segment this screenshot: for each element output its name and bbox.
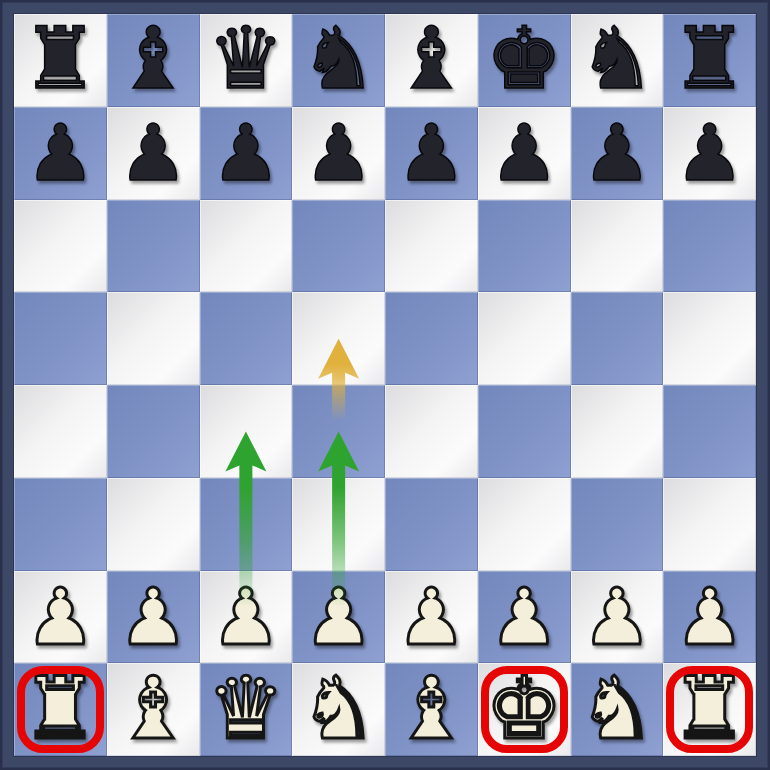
square-d6[interactable] [292, 200, 385, 293]
piece-white-bishop[interactable]: ♝ [115, 665, 192, 751]
piece-white-knight[interactable]: ♞ [300, 665, 377, 751]
square-c3[interactable] [200, 478, 293, 571]
piece-black-pawn[interactable]: ♟ [25, 114, 95, 192]
square-d4[interactable] [292, 385, 385, 478]
square-e4[interactable] [385, 385, 478, 478]
piece-black-pawn[interactable]: ♟ [675, 114, 745, 192]
square-a3[interactable] [14, 478, 107, 571]
piece-white-pawn[interactable]: ♟ [211, 578, 281, 656]
square-e2[interactable]: ♟ [385, 571, 478, 664]
square-b5[interactable] [107, 292, 200, 385]
piece-white-pawn[interactable]: ♟ [25, 578, 95, 656]
piece-black-bishop[interactable]: ♝ [393, 15, 470, 101]
square-h3[interactable] [663, 478, 756, 571]
square-h5[interactable] [663, 292, 756, 385]
square-c2[interactable]: ♟ [200, 571, 293, 664]
square-f8[interactable]: ♚ [478, 14, 571, 107]
square-d3[interactable] [292, 478, 385, 571]
square-e7[interactable]: ♟ [385, 107, 478, 200]
square-e6[interactable] [385, 200, 478, 293]
square-f3[interactable] [478, 478, 571, 571]
square-g7[interactable]: ♟ [571, 107, 664, 200]
piece-white-pawn[interactable]: ♟ [489, 578, 559, 656]
square-h1[interactable]: ♜ [663, 663, 756, 756]
square-g3[interactable] [571, 478, 664, 571]
square-e1[interactable]: ♝ [385, 663, 478, 756]
piece-black-knight[interactable]: ♞ [578, 15, 655, 101]
piece-black-bishop[interactable]: ♝ [115, 15, 192, 101]
piece-white-knight[interactable]: ♞ [578, 665, 655, 751]
square-f1[interactable]: ♚ [478, 663, 571, 756]
piece-white-pawn[interactable]: ♟ [304, 578, 374, 656]
square-e3[interactable] [385, 478, 478, 571]
square-g6[interactable] [571, 200, 664, 293]
piece-black-pawn[interactable]: ♟ [304, 114, 374, 192]
square-b7[interactable]: ♟ [107, 107, 200, 200]
square-a5[interactable] [14, 292, 107, 385]
square-f2[interactable]: ♟ [478, 571, 571, 664]
square-f4[interactable] [478, 385, 571, 478]
square-a8[interactable]: ♜ [14, 14, 107, 107]
piece-black-pawn[interactable]: ♟ [211, 114, 281, 192]
piece-white-pawn[interactable]: ♟ [675, 578, 745, 656]
piece-white-rook[interactable]: ♜ [22, 665, 99, 751]
square-b1[interactable]: ♝ [107, 663, 200, 756]
piece-white-queen[interactable]: ♛ [207, 665, 284, 751]
square-h7[interactable]: ♟ [663, 107, 756, 200]
square-f7[interactable]: ♟ [478, 107, 571, 200]
piece-black-knight[interactable]: ♞ [300, 15, 377, 101]
square-g5[interactable] [571, 292, 664, 385]
square-e5[interactable] [385, 292, 478, 385]
square-f6[interactable] [478, 200, 571, 293]
piece-black-rook[interactable]: ♜ [22, 15, 99, 101]
square-f5[interactable] [478, 292, 571, 385]
square-b6[interactable] [107, 200, 200, 293]
square-c5[interactable] [200, 292, 293, 385]
square-g2[interactable]: ♟ [571, 571, 664, 664]
piece-white-pawn[interactable]: ♟ [582, 578, 652, 656]
piece-black-pawn[interactable]: ♟ [489, 114, 559, 192]
piece-black-queen[interactable]: ♛ [207, 15, 284, 101]
chess-board: ♜♝♛♞♝♚♞♜♟♟♟♟♟♟♟♟♟♟♟♟♟♟♟♟♜♝♛♞♝♚♞♜ [14, 14, 756, 756]
square-c4[interactable] [200, 385, 293, 478]
piece-white-pawn[interactable]: ♟ [118, 578, 188, 656]
square-g1[interactable]: ♞ [571, 663, 664, 756]
piece-black-king[interactable]: ♚ [486, 15, 563, 101]
piece-black-pawn[interactable]: ♟ [396, 114, 466, 192]
piece-white-rook[interactable]: ♜ [671, 665, 748, 751]
square-e8[interactable]: ♝ [385, 14, 478, 107]
square-h4[interactable] [663, 385, 756, 478]
piece-white-pawn[interactable]: ♟ [396, 578, 466, 656]
piece-black-pawn[interactable]: ♟ [118, 114, 188, 192]
square-d1[interactable]: ♞ [292, 663, 385, 756]
square-b4[interactable] [107, 385, 200, 478]
square-d8[interactable]: ♞ [292, 14, 385, 107]
square-d7[interactable]: ♟ [292, 107, 385, 200]
square-c7[interactable]: ♟ [200, 107, 293, 200]
square-h8[interactable]: ♜ [663, 14, 756, 107]
square-c1[interactable]: ♛ [200, 663, 293, 756]
piece-black-pawn[interactable]: ♟ [582, 114, 652, 192]
square-a6[interactable] [14, 200, 107, 293]
board-frame: ♜♝♛♞♝♚♞♜♟♟♟♟♟♟♟♟♟♟♟♟♟♟♟♟♜♝♛♞♝♚♞♜ [0, 0, 770, 770]
square-h6[interactable] [663, 200, 756, 293]
square-d2[interactable]: ♟ [292, 571, 385, 664]
piece-white-bishop[interactable]: ♝ [393, 665, 470, 751]
square-c6[interactable] [200, 200, 293, 293]
square-a4[interactable] [14, 385, 107, 478]
square-c8[interactable]: ♛ [200, 14, 293, 107]
piece-black-rook[interactable]: ♜ [671, 15, 748, 101]
square-g4[interactable] [571, 385, 664, 478]
square-g8[interactable]: ♞ [571, 14, 664, 107]
square-h2[interactable]: ♟ [663, 571, 756, 664]
square-d5[interactable] [292, 292, 385, 385]
square-a1[interactable]: ♜ [14, 663, 107, 756]
square-a2[interactable]: ♟ [14, 571, 107, 664]
square-b8[interactable]: ♝ [107, 14, 200, 107]
square-b3[interactable] [107, 478, 200, 571]
square-a7[interactable]: ♟ [14, 107, 107, 200]
square-b2[interactable]: ♟ [107, 571, 200, 664]
piece-white-king[interactable]: ♚ [486, 665, 563, 751]
